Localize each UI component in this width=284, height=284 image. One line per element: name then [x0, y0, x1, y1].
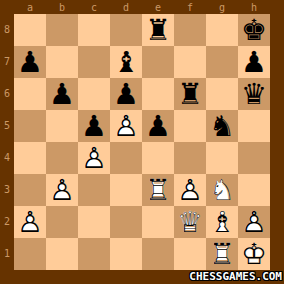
square-b8: [46, 14, 78, 46]
square-e3: ♜♖: [142, 174, 174, 206]
piece-black-rook-e8: ♜: [142, 14, 174, 46]
white-piece-outline: ♙: [46, 174, 78, 206]
square-d8: [110, 14, 142, 46]
file-label-b: b: [46, 0, 78, 15]
square-b5: [46, 110, 78, 142]
piece-white-pawn-d5: ♟♙: [110, 110, 142, 142]
square-c2: [78, 206, 110, 238]
piece-black-rook-f6: ♜: [174, 78, 206, 110]
square-f4: [174, 142, 206, 174]
piece-black-pawn-c5: ♟: [78, 110, 110, 142]
square-e7: [142, 46, 174, 78]
square-a6: [14, 78, 46, 110]
white-piece-outline: ♔: [238, 238, 270, 270]
square-c1: [78, 238, 110, 270]
white-piece-outline: ♖: [206, 238, 238, 270]
square-a4: [14, 142, 46, 174]
square-d6: ♟: [110, 78, 142, 110]
white-piece-outline: ♙: [14, 206, 46, 238]
square-h1: ♚♔: [238, 238, 270, 270]
square-g2: ♝♗: [206, 206, 238, 238]
piece-white-knight-g3: ♞♘: [206, 174, 238, 206]
piece-white-pawn-h2: ♟♙: [238, 206, 270, 238]
square-b2: [46, 206, 78, 238]
piece-black-knight-g5: ♞: [206, 110, 238, 142]
square-e4: [142, 142, 174, 174]
piece-white-rook-g1: ♜♖: [206, 238, 238, 270]
rank-label-1: 1: [0, 238, 14, 270]
square-e8: ♜: [142, 14, 174, 46]
rank-label-8: 8: [0, 14, 14, 46]
file-label-f: f: [174, 0, 206, 15]
square-b3: ♟♙: [46, 174, 78, 206]
square-d3: [110, 174, 142, 206]
rank-label-4: 4: [0, 142, 14, 174]
square-c3: [78, 174, 110, 206]
square-f7: [174, 46, 206, 78]
piece-white-pawn-b3: ♟♙: [46, 174, 78, 206]
rank-label-2: 2: [0, 206, 14, 238]
chess-board: ♜♚♟♝♟♟♟♜♛♟♟♙♟♞♟♙♟♙♜♖♟♙♞♘♟♙♛♕♝♗♟♙♜♖♚♔: [14, 14, 270, 270]
piece-black-pawn-b6: ♟: [46, 78, 78, 110]
white-piece-outline: ♘: [206, 174, 238, 206]
white-piece-outline: ♗: [206, 206, 238, 238]
square-h8: ♚: [238, 14, 270, 46]
square-f8: [174, 14, 206, 46]
square-c8: [78, 14, 110, 46]
piece-white-bishop-g2: ♝♗: [206, 206, 238, 238]
square-a5: [14, 110, 46, 142]
square-h4: [238, 142, 270, 174]
rank-label-6: 6: [0, 78, 14, 110]
piece-black-queen-h6: ♛: [238, 78, 270, 110]
square-f1: [174, 238, 206, 270]
chess-board-frame: abcdefgh 87654321 ♜♚♟♝♟♟♟♜♛♟♟♙♟♞♟♙♟♙♜♖♟♙…: [0, 0, 284, 284]
square-g5: ♞: [206, 110, 238, 142]
square-e6: [142, 78, 174, 110]
square-a1: [14, 238, 46, 270]
square-e2: [142, 206, 174, 238]
square-a3: [14, 174, 46, 206]
square-h6: ♛: [238, 78, 270, 110]
piece-black-pawn-h7: ♟: [238, 46, 270, 78]
piece-white-pawn-f3: ♟♙: [174, 174, 206, 206]
square-f5: [174, 110, 206, 142]
file-label-g: g: [206, 0, 238, 15]
square-h7: ♟: [238, 46, 270, 78]
square-g8: [206, 14, 238, 46]
square-g3: ♞♘: [206, 174, 238, 206]
square-b7: [46, 46, 78, 78]
square-e1: [142, 238, 174, 270]
square-g7: [206, 46, 238, 78]
square-g6: [206, 78, 238, 110]
rank-label-5: 5: [0, 110, 14, 142]
file-label-d: d: [110, 0, 142, 15]
piece-black-pawn-a7: ♟: [14, 46, 46, 78]
rank-label-3: 3: [0, 174, 14, 206]
square-c5: ♟: [78, 110, 110, 142]
piece-black-bishop-d7: ♝: [110, 46, 142, 78]
square-a7: ♟: [14, 46, 46, 78]
square-a8: [14, 14, 46, 46]
white-piece-outline: ♙: [78, 142, 110, 174]
square-d7: ♝: [110, 46, 142, 78]
piece-black-king-h8: ♚: [238, 14, 270, 46]
square-d1: [110, 238, 142, 270]
white-piece-outline: ♙: [174, 174, 206, 206]
square-b1: [46, 238, 78, 270]
square-e5: ♟: [142, 110, 174, 142]
piece-white-rook-e3: ♜♖: [142, 174, 174, 206]
square-f3: ♟♙: [174, 174, 206, 206]
square-h5: [238, 110, 270, 142]
square-g1: ♜♖: [206, 238, 238, 270]
square-c6: [78, 78, 110, 110]
square-h2: ♟♙: [238, 206, 270, 238]
rank-label-7: 7: [0, 46, 14, 78]
piece-white-king-h1: ♚♔: [238, 238, 270, 270]
file-labels: abcdefgh: [14, 0, 270, 14]
piece-white-queen-f2: ♛♕: [174, 206, 206, 238]
square-f2: ♛♕: [174, 206, 206, 238]
file-label-a: a: [14, 0, 46, 15]
square-g4: [206, 142, 238, 174]
white-piece-outline: ♖: [142, 174, 174, 206]
square-d4: [110, 142, 142, 174]
white-piece-outline: ♕: [174, 206, 206, 238]
square-c4: ♟♙: [78, 142, 110, 174]
rank-labels: 87654321: [0, 14, 14, 270]
square-b4: [46, 142, 78, 174]
piece-black-pawn-d6: ♟: [110, 78, 142, 110]
piece-black-pawn-e5: ♟: [142, 110, 174, 142]
piece-white-pawn-c4: ♟♙: [78, 142, 110, 174]
square-c7: [78, 46, 110, 78]
square-d5: ♟♙: [110, 110, 142, 142]
square-h3: [238, 174, 270, 206]
watermark-chessgames: CHESSGAMES.COM: [189, 270, 282, 283]
piece-white-pawn-a2: ♟♙: [14, 206, 46, 238]
square-a2: ♟♙: [14, 206, 46, 238]
square-f6: ♜: [174, 78, 206, 110]
square-d2: [110, 206, 142, 238]
white-piece-outline: ♙: [110, 110, 142, 142]
file-label-c: c: [78, 0, 110, 15]
square-b6: ♟: [46, 78, 78, 110]
white-piece-outline: ♙: [238, 206, 270, 238]
